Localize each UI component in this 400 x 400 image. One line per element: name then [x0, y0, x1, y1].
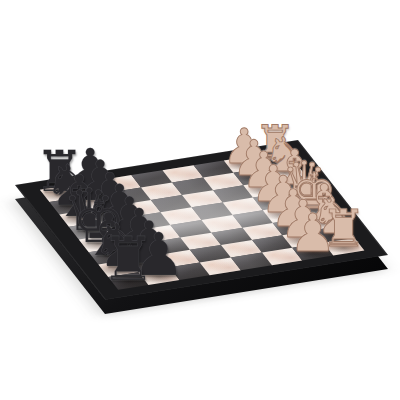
chess-set-photo: ♜♞♝♛♚♝♞♜♟♟♟♟♟♟♟♟♟♟♟♟♟♟♟♟♜♞♝♛♚♝♞♜: [0, 0, 400, 400]
